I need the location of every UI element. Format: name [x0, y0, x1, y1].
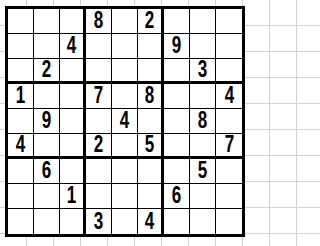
cell-r7c4[interactable] [86, 159, 112, 184]
cell-r4c4[interactable]: 7 [86, 84, 112, 109]
cell-r8c6[interactable] [138, 184, 164, 209]
cell-r2c1[interactable] [8, 34, 34, 59]
given-digit: 1 [67, 184, 76, 208]
cell-r1c1[interactable] [8, 9, 34, 34]
cell-r7c5[interactable] [112, 159, 138, 184]
cell-r3c6[interactable] [138, 59, 164, 84]
cell-r1c9[interactable] [216, 9, 242, 34]
cell-r3c1[interactable] [8, 59, 34, 84]
cell-r9c2[interactable] [34, 209, 60, 234]
given-digit: 5 [198, 159, 207, 183]
cell-r4c5[interactable] [112, 84, 138, 109]
cell-r3c9[interactable] [216, 59, 242, 84]
cell-r9c9[interactable] [216, 209, 242, 234]
cell-r7c2[interactable]: 6 [34, 159, 60, 184]
cell-r5c7[interactable] [164, 109, 190, 134]
given-digit: 3 [94, 210, 103, 234]
cell-r3c5[interactable] [112, 59, 138, 84]
cell-r1c5[interactable] [112, 9, 138, 34]
cell-r1c6[interactable]: 2 [138, 9, 164, 34]
cell-r7c9[interactable] [216, 159, 242, 184]
cell-r8c2[interactable] [34, 184, 60, 209]
cell-r7c3[interactable] [60, 159, 86, 184]
given-digit: 4 [224, 84, 233, 108]
cell-r8c3[interactable]: 1 [60, 184, 86, 209]
given-digit: 8 [198, 109, 207, 133]
cell-r4c7[interactable] [164, 84, 190, 109]
cell-r6c7[interactable] [164, 134, 190, 159]
cell-r6c1[interactable]: 4 [8, 134, 34, 159]
given-digit: 8 [94, 9, 103, 33]
cell-r9c8[interactable] [190, 209, 216, 234]
given-digit: 5 [145, 133, 154, 157]
given-digit: 3 [198, 58, 207, 82]
cell-r6c2[interactable] [34, 134, 60, 159]
cell-r4c8[interactable] [190, 84, 216, 109]
cell-r2c9[interactable] [216, 34, 242, 59]
cell-r3c3[interactable] [60, 59, 86, 84]
cell-r8c1[interactable] [8, 184, 34, 209]
given-digit: 2 [145, 9, 154, 33]
cell-r1c3[interactable] [60, 9, 86, 34]
cell-r9c5[interactable] [112, 209, 138, 234]
cell-r5c3[interactable] [60, 109, 86, 134]
given-digit: 4 [145, 210, 154, 234]
cell-r5c5[interactable]: 4 [112, 109, 138, 134]
cell-r1c8[interactable] [190, 9, 216, 34]
given-digit: 1 [16, 84, 25, 108]
cell-r8c8[interactable] [190, 184, 216, 209]
cell-r3c7[interactable] [164, 59, 190, 84]
cell-r2c6[interactable] [138, 34, 164, 59]
cell-r2c5[interactable] [112, 34, 138, 59]
given-digit: 2 [94, 133, 103, 157]
cell-r1c2[interactable] [34, 9, 60, 34]
given-digit: 7 [224, 133, 233, 157]
sudoku-board: 82492317849484257651634 [5, 6, 245, 237]
cell-r3c8[interactable]: 3 [190, 59, 216, 84]
cell-r2c3[interactable]: 4 [60, 34, 86, 59]
cell-r1c4[interactable]: 8 [86, 9, 112, 34]
cell-r9c1[interactable] [8, 209, 34, 234]
cell-r5c8[interactable]: 8 [190, 109, 216, 134]
cell-r4c2[interactable] [34, 84, 60, 109]
cell-r8c7[interactable]: 6 [164, 184, 190, 209]
cell-r3c2[interactable]: 2 [34, 59, 60, 84]
cell-r9c3[interactable] [60, 209, 86, 234]
cell-r4c1[interactable]: 1 [8, 84, 34, 109]
cell-r8c5[interactable] [112, 184, 138, 209]
cell-r6c5[interactable] [112, 134, 138, 159]
given-digit: 6 [172, 184, 181, 208]
cell-r9c7[interactable] [164, 209, 190, 234]
given-digit: 4 [120, 109, 129, 133]
cell-r2c7[interactable]: 9 [164, 34, 190, 59]
cell-r5c2[interactable]: 9 [34, 109, 60, 134]
cell-r8c4[interactable] [86, 184, 112, 209]
cell-r8c9[interactable] [216, 184, 242, 209]
given-digit: 8 [145, 84, 154, 108]
cell-r6c8[interactable] [190, 134, 216, 159]
cell-r7c8[interactable]: 5 [190, 159, 216, 184]
cell-r7c1[interactable] [8, 159, 34, 184]
given-digit: 7 [94, 84, 103, 108]
cell-r6c6[interactable]: 5 [138, 134, 164, 159]
cell-r3c4[interactable] [86, 59, 112, 84]
cell-r7c6[interactable] [138, 159, 164, 184]
cell-r6c9[interactable]: 7 [216, 134, 242, 159]
given-digit: 4 [67, 34, 76, 58]
cell-r6c3[interactable] [60, 134, 86, 159]
cell-r7c7[interactable] [164, 159, 190, 184]
cell-r4c6[interactable]: 8 [138, 84, 164, 109]
cell-r6c4[interactable]: 2 [86, 134, 112, 159]
cell-r4c9[interactable]: 4 [216, 84, 242, 109]
cell-r9c6[interactable]: 4 [138, 209, 164, 234]
given-digit: 9 [42, 109, 51, 133]
given-digit: 4 [16, 133, 25, 157]
cell-r2c4[interactable] [86, 34, 112, 59]
cell-r4c3[interactable] [60, 84, 86, 109]
given-digit: 2 [42, 58, 51, 82]
cell-r1c7[interactable] [164, 9, 190, 34]
given-digit: 9 [172, 34, 181, 58]
given-digit: 6 [42, 159, 51, 183]
cell-r9c4[interactable]: 3 [86, 209, 112, 234]
